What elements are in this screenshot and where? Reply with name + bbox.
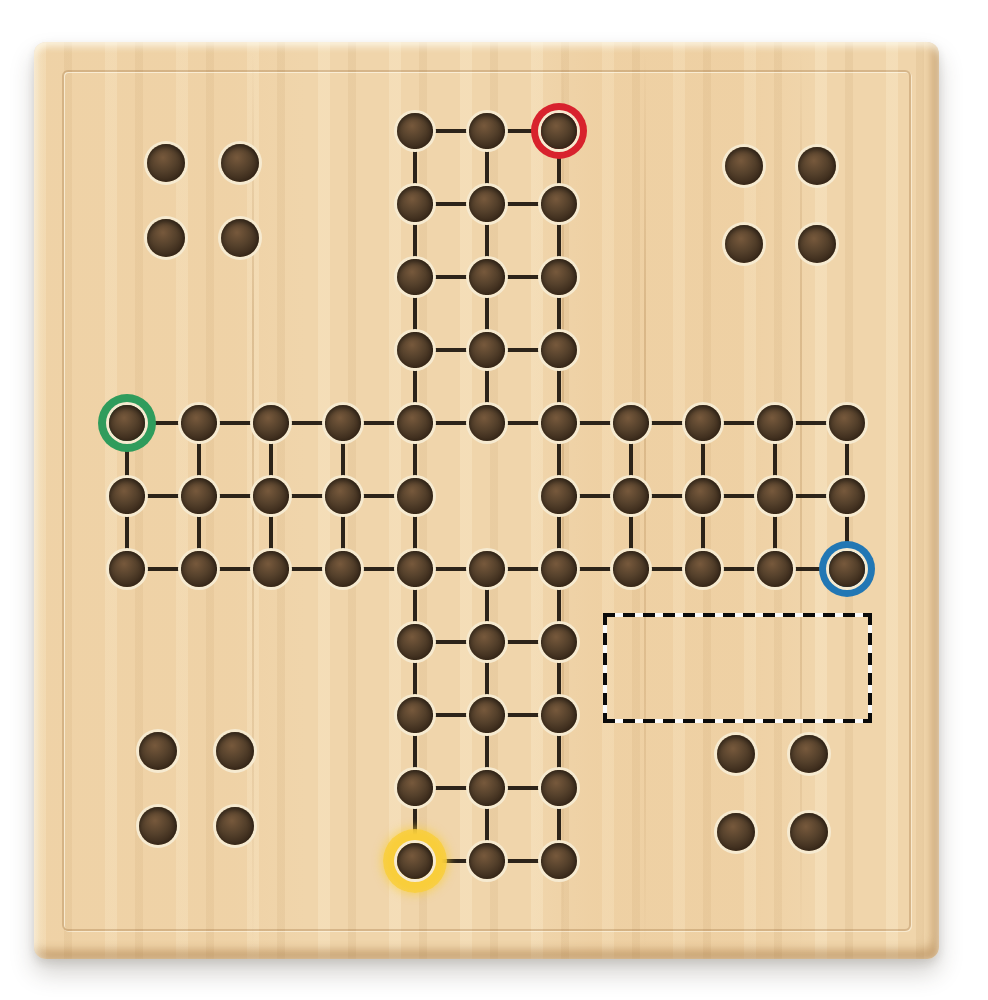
track-hole[interactable] xyxy=(541,551,577,587)
track-hole[interactable] xyxy=(181,478,217,514)
track-hole[interactable] xyxy=(397,478,433,514)
track-hole[interactable] xyxy=(469,259,505,295)
track-hole[interactable] xyxy=(469,113,505,149)
corner-hole[interactable] xyxy=(717,813,755,851)
track-hole[interactable] xyxy=(397,186,433,222)
corner-hole[interactable] xyxy=(798,225,836,263)
corner-hole[interactable] xyxy=(221,144,259,182)
corner-hole[interactable] xyxy=(798,147,836,185)
track-hole[interactable] xyxy=(469,843,505,879)
corner-hole[interactable] xyxy=(717,735,755,773)
track-hole[interactable] xyxy=(613,405,649,441)
corner-hole[interactable] xyxy=(221,219,259,257)
track-hole[interactable] xyxy=(397,624,433,660)
corner-hole[interactable] xyxy=(139,732,177,770)
track-hole[interactable] xyxy=(469,332,505,368)
track-hole[interactable] xyxy=(109,478,145,514)
track-hole[interactable] xyxy=(109,405,145,441)
corner-hole[interactable] xyxy=(790,735,828,773)
corner-hole[interactable] xyxy=(790,813,828,851)
track-hole[interactable] xyxy=(829,551,865,587)
print-area-dashed-border xyxy=(603,613,872,617)
track-hole[interactable] xyxy=(397,259,433,295)
track-hole[interactable] xyxy=(109,551,145,587)
track-hole[interactable] xyxy=(541,113,577,149)
track-hole[interactable] xyxy=(829,478,865,514)
corner-hole[interactable] xyxy=(216,807,254,845)
track-hole[interactable] xyxy=(397,332,433,368)
track-hole[interactable] xyxy=(469,697,505,733)
corner-hole[interactable] xyxy=(147,144,185,182)
print-area-dashed-border xyxy=(603,613,607,723)
track-hole[interactable] xyxy=(253,478,289,514)
track-hole[interactable] xyxy=(325,551,361,587)
track-hole[interactable] xyxy=(469,770,505,806)
track-hole[interactable] xyxy=(757,478,793,514)
track-hole[interactable] xyxy=(397,551,433,587)
print-area-dashed-border xyxy=(868,613,872,723)
track-hole[interactable] xyxy=(397,843,433,879)
track-hole[interactable] xyxy=(397,770,433,806)
board-overlay xyxy=(0,0,988,1000)
track-hole[interactable] xyxy=(469,551,505,587)
track-hole[interactable] xyxy=(685,551,721,587)
corner-hole[interactable] xyxy=(216,732,254,770)
track-hole[interactable] xyxy=(469,405,505,441)
track-hole[interactable] xyxy=(253,551,289,587)
track-hole[interactable] xyxy=(541,478,577,514)
track-hole[interactable] xyxy=(397,113,433,149)
track-hole[interactable] xyxy=(613,478,649,514)
print-area-dashed-border xyxy=(603,719,872,723)
corner-hole[interactable] xyxy=(725,147,763,185)
track-hole[interactable] xyxy=(397,405,433,441)
track-hole[interactable] xyxy=(397,697,433,733)
track-hole[interactable] xyxy=(541,405,577,441)
corner-hole[interactable] xyxy=(139,807,177,845)
corner-hole[interactable] xyxy=(147,219,185,257)
track-hole[interactable] xyxy=(181,405,217,441)
track-hole[interactable] xyxy=(325,405,361,441)
track-hole[interactable] xyxy=(469,186,505,222)
corner-hole[interactable] xyxy=(725,225,763,263)
track-hole[interactable] xyxy=(541,697,577,733)
track-hole[interactable] xyxy=(541,259,577,295)
track-hole[interactable] xyxy=(469,624,505,660)
track-hole[interactable] xyxy=(541,843,577,879)
track-hole[interactable] xyxy=(541,624,577,660)
print-area xyxy=(603,613,872,723)
track-hole[interactable] xyxy=(613,551,649,587)
product-photo-canvas xyxy=(0,0,988,1000)
track-hole[interactable] xyxy=(685,478,721,514)
track-hole[interactable] xyxy=(757,551,793,587)
track-hole[interactable] xyxy=(325,478,361,514)
track-hole[interactable] xyxy=(181,551,217,587)
track-hole[interactable] xyxy=(829,405,865,441)
track-hole[interactable] xyxy=(685,405,721,441)
track-hole[interactable] xyxy=(541,770,577,806)
track-hole[interactable] xyxy=(253,405,289,441)
track-hole[interactable] xyxy=(541,332,577,368)
track-hole[interactable] xyxy=(541,186,577,222)
track-hole[interactable] xyxy=(757,405,793,441)
